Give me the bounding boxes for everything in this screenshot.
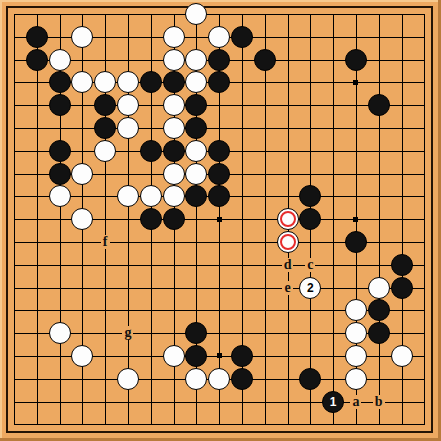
white-stone[interactable] xyxy=(163,163,185,185)
board-point[interactable] xyxy=(185,390,208,413)
white-stone[interactable] xyxy=(185,71,207,93)
board-point[interactable] xyxy=(253,345,276,368)
white-stone[interactable] xyxy=(117,185,139,207)
board-point[interactable] xyxy=(3,231,26,254)
board-point[interactable] xyxy=(3,390,26,413)
board-point[interactable] xyxy=(367,367,390,390)
board-point[interactable] xyxy=(48,345,71,368)
board-point[interactable] xyxy=(367,322,390,345)
board-point[interactable] xyxy=(94,322,117,345)
board-point[interactable] xyxy=(367,117,390,140)
board-point[interactable]: b xyxy=(367,390,390,413)
board-point[interactable] xyxy=(162,162,185,185)
board-point[interactable] xyxy=(276,139,299,162)
board-point[interactable] xyxy=(208,162,231,185)
board-point[interactable] xyxy=(71,345,94,368)
board-point[interactable] xyxy=(413,345,436,368)
board-point[interactable] xyxy=(413,413,436,436)
board-point[interactable] xyxy=(3,139,26,162)
black-stone[interactable] xyxy=(208,49,230,71)
board-point[interactable]: 2 xyxy=(299,276,322,299)
board-point[interactable] xyxy=(117,390,140,413)
board-point[interactable] xyxy=(367,139,390,162)
board-point[interactable] xyxy=(253,208,276,231)
board-point[interactable] xyxy=(299,3,322,26)
white-stone[interactable] xyxy=(185,368,207,390)
white-stone[interactable] xyxy=(117,117,139,139)
board-point[interactable] xyxy=(367,208,390,231)
board-point[interactable] xyxy=(367,3,390,26)
board-point[interactable] xyxy=(185,162,208,185)
board-point[interactable] xyxy=(48,253,71,276)
black-stone[interactable] xyxy=(345,49,367,71)
black-stone[interactable] xyxy=(185,345,207,367)
white-stone[interactable] xyxy=(345,368,367,390)
board-point[interactable] xyxy=(48,322,71,345)
board-point[interactable] xyxy=(276,71,299,94)
board-point[interactable] xyxy=(299,162,322,185)
board-point[interactable] xyxy=(322,117,345,140)
board-point[interactable] xyxy=(253,185,276,208)
black-stone[interactable] xyxy=(185,185,207,207)
board-point[interactable] xyxy=(413,231,436,254)
white-stone[interactable] xyxy=(117,368,139,390)
board-point[interactable] xyxy=(185,117,208,140)
board-point[interactable] xyxy=(345,345,368,368)
board-point[interactable] xyxy=(162,71,185,94)
board-point[interactable] xyxy=(117,3,140,26)
board-point[interactable] xyxy=(345,162,368,185)
board-point[interactable] xyxy=(231,253,254,276)
board-point[interactable] xyxy=(253,253,276,276)
board-point[interactable] xyxy=(299,367,322,390)
board-point[interactable] xyxy=(367,94,390,117)
board-point[interactable] xyxy=(48,117,71,140)
board-point[interactable] xyxy=(71,162,94,185)
board-point[interactable] xyxy=(94,94,117,117)
white-stone[interactable] xyxy=(163,94,185,116)
board-point[interactable] xyxy=(390,208,413,231)
board-point[interactable] xyxy=(117,94,140,117)
board-point[interactable] xyxy=(231,345,254,368)
board-point[interactable] xyxy=(117,367,140,390)
board-point[interactable] xyxy=(25,345,48,368)
board-point[interactable] xyxy=(3,48,26,71)
board-point[interactable] xyxy=(139,3,162,26)
board-point[interactable] xyxy=(367,276,390,299)
board-point[interactable] xyxy=(48,390,71,413)
board-point[interactable] xyxy=(185,367,208,390)
board-point[interactable] xyxy=(71,413,94,436)
board-point[interactable] xyxy=(276,322,299,345)
board-point[interactable] xyxy=(390,345,413,368)
board-point[interactable] xyxy=(231,276,254,299)
white-stone[interactable] xyxy=(71,163,93,185)
board-point[interactable] xyxy=(413,367,436,390)
board-point[interactable] xyxy=(71,367,94,390)
board-point[interactable] xyxy=(117,413,140,436)
board-point[interactable] xyxy=(139,253,162,276)
black-stone[interactable] xyxy=(299,208,321,230)
board-point[interactable] xyxy=(48,299,71,322)
board-point[interactable] xyxy=(390,276,413,299)
white-stone[interactable] xyxy=(117,94,139,116)
board-point[interactable] xyxy=(117,231,140,254)
white-stone[interactable] xyxy=(140,185,162,207)
black-stone[interactable] xyxy=(49,140,71,162)
board-point[interactable] xyxy=(71,3,94,26)
white-stone[interactable] xyxy=(49,185,71,207)
board-point[interactable] xyxy=(322,25,345,48)
black-stone[interactable] xyxy=(208,185,230,207)
board-point[interactable] xyxy=(390,299,413,322)
board-point[interactable] xyxy=(322,413,345,436)
white-stone[interactable] xyxy=(185,3,207,25)
white-stone[interactable] xyxy=(163,49,185,71)
board-point[interactable] xyxy=(185,208,208,231)
board-point[interactable]: e xyxy=(276,276,299,299)
board-point[interactable] xyxy=(231,367,254,390)
white-stone[interactable] xyxy=(94,71,116,93)
board-point[interactable] xyxy=(94,117,117,140)
board-point[interactable] xyxy=(162,253,185,276)
board-point[interactable] xyxy=(322,185,345,208)
white-stone[interactable] xyxy=(117,71,139,93)
board-point[interactable] xyxy=(367,253,390,276)
board-point[interactable] xyxy=(231,185,254,208)
board-point[interactable] xyxy=(322,367,345,390)
board-point[interactable] xyxy=(139,390,162,413)
board-point[interactable] xyxy=(71,276,94,299)
board-point[interactable] xyxy=(71,231,94,254)
board-point[interactable] xyxy=(71,25,94,48)
board-point[interactable] xyxy=(367,345,390,368)
board-point[interactable] xyxy=(367,71,390,94)
board-point[interactable] xyxy=(139,322,162,345)
board-point[interactable] xyxy=(162,322,185,345)
board-point[interactable] xyxy=(208,208,231,231)
board-point[interactable] xyxy=(231,322,254,345)
board-point[interactable] xyxy=(253,3,276,26)
board-point[interactable] xyxy=(139,231,162,254)
board-point[interactable] xyxy=(139,139,162,162)
board-point[interactable] xyxy=(25,253,48,276)
board-point[interactable] xyxy=(322,162,345,185)
board-point[interactable] xyxy=(117,276,140,299)
black-stone[interactable] xyxy=(368,299,390,321)
board-point[interactable] xyxy=(117,299,140,322)
board-point[interactable] xyxy=(208,299,231,322)
board-point[interactable] xyxy=(3,367,26,390)
board-point[interactable] xyxy=(48,25,71,48)
board-point[interactable] xyxy=(71,117,94,140)
black-stone[interactable] xyxy=(391,254,413,276)
board-point[interactable] xyxy=(162,25,185,48)
board-point[interactable] xyxy=(208,48,231,71)
white-stone[interactable] xyxy=(163,185,185,207)
black-stone[interactable] xyxy=(368,322,390,344)
board-point[interactable] xyxy=(231,117,254,140)
board-point[interactable] xyxy=(71,208,94,231)
white-stone[interactable] xyxy=(185,163,207,185)
board-point[interactable] xyxy=(185,3,208,26)
board-point[interactable] xyxy=(117,162,140,185)
board-point[interactable]: g xyxy=(117,322,140,345)
board-point[interactable] xyxy=(162,299,185,322)
black-stone[interactable] xyxy=(208,71,230,93)
board-point[interactable]: 1 xyxy=(322,390,345,413)
board-point[interactable] xyxy=(413,185,436,208)
board-point[interactable] xyxy=(208,276,231,299)
black-stone[interactable] xyxy=(94,94,116,116)
board-point[interactable] xyxy=(231,94,254,117)
board-point[interactable] xyxy=(345,3,368,26)
board-point[interactable] xyxy=(253,25,276,48)
board-point[interactable] xyxy=(94,413,117,436)
board-point[interactable] xyxy=(117,48,140,71)
board-point[interactable] xyxy=(117,25,140,48)
black-stone[interactable] xyxy=(140,71,162,93)
board-point[interactable] xyxy=(25,139,48,162)
board-point[interactable] xyxy=(231,162,254,185)
board-point[interactable] xyxy=(299,208,322,231)
board-point[interactable] xyxy=(299,117,322,140)
board-point[interactable] xyxy=(117,185,140,208)
board-point[interactable] xyxy=(185,231,208,254)
board-point[interactable] xyxy=(162,208,185,231)
board-point[interactable] xyxy=(413,276,436,299)
white-stone-circle-marked[interactable] xyxy=(277,208,299,230)
board-point[interactable] xyxy=(390,117,413,140)
board-point[interactable] xyxy=(253,299,276,322)
board-point[interactable] xyxy=(208,139,231,162)
board-point[interactable] xyxy=(413,117,436,140)
board-point[interactable] xyxy=(390,71,413,94)
board-point[interactable] xyxy=(25,94,48,117)
board-point[interactable] xyxy=(413,71,436,94)
board-point[interactable] xyxy=(345,322,368,345)
board-point[interactable] xyxy=(253,48,276,71)
board-point[interactable] xyxy=(3,345,26,368)
board-point[interactable] xyxy=(94,25,117,48)
board-point[interactable] xyxy=(299,94,322,117)
board-point[interactable] xyxy=(3,117,26,140)
board-point[interactable] xyxy=(345,139,368,162)
board-point[interactable] xyxy=(276,413,299,436)
white-stone[interactable] xyxy=(208,368,230,390)
board-point[interactable] xyxy=(276,345,299,368)
black-stone[interactable] xyxy=(94,117,116,139)
board-point[interactable] xyxy=(3,299,26,322)
board-point[interactable] xyxy=(25,185,48,208)
black-stone[interactable] xyxy=(185,94,207,116)
black-stone[interactable] xyxy=(140,208,162,230)
white-stone[interactable] xyxy=(368,277,390,299)
white-stone[interactable] xyxy=(71,208,93,230)
board-point[interactable] xyxy=(94,276,117,299)
board-point[interactable] xyxy=(117,139,140,162)
board-point[interactable] xyxy=(253,139,276,162)
board-point[interactable]: c xyxy=(299,253,322,276)
board-point[interactable] xyxy=(413,299,436,322)
board-point[interactable] xyxy=(48,71,71,94)
board-point[interactable] xyxy=(48,94,71,117)
board-point[interactable] xyxy=(25,231,48,254)
board-point[interactable] xyxy=(322,71,345,94)
board-point[interactable] xyxy=(299,322,322,345)
board-point[interactable] xyxy=(299,71,322,94)
black-stone[interactable] xyxy=(368,94,390,116)
board-point[interactable] xyxy=(3,162,26,185)
board-point[interactable] xyxy=(94,162,117,185)
board-point[interactable] xyxy=(139,117,162,140)
black-stone[interactable] xyxy=(163,71,185,93)
board-point[interactable] xyxy=(276,231,299,254)
board-point[interactable] xyxy=(390,253,413,276)
board-point[interactable] xyxy=(276,162,299,185)
board-point[interactable] xyxy=(390,413,413,436)
board-point[interactable] xyxy=(48,367,71,390)
board-point[interactable] xyxy=(139,94,162,117)
board-point[interactable] xyxy=(162,367,185,390)
board-point[interactable] xyxy=(3,3,26,26)
board-point[interactable] xyxy=(208,117,231,140)
board-point[interactable] xyxy=(71,71,94,94)
board-point[interactable] xyxy=(139,345,162,368)
board-point[interactable] xyxy=(231,299,254,322)
board-point[interactable] xyxy=(253,231,276,254)
board-point[interactable] xyxy=(253,94,276,117)
white-stone[interactable] xyxy=(185,49,207,71)
board-point[interactable] xyxy=(253,276,276,299)
board-point[interactable] xyxy=(139,48,162,71)
board-point[interactable] xyxy=(162,185,185,208)
board-point[interactable] xyxy=(117,117,140,140)
board-point[interactable] xyxy=(413,322,436,345)
board-point[interactable] xyxy=(94,185,117,208)
board-point[interactable] xyxy=(185,185,208,208)
board-point[interactable] xyxy=(367,48,390,71)
board-point[interactable] xyxy=(25,162,48,185)
board-point[interactable] xyxy=(71,94,94,117)
board-point[interactable] xyxy=(208,185,231,208)
board-point[interactable] xyxy=(25,3,48,26)
black-stone[interactable] xyxy=(185,322,207,344)
black-stone[interactable] xyxy=(208,140,230,162)
board-point[interactable] xyxy=(367,162,390,185)
board-point[interactable] xyxy=(71,48,94,71)
board-point[interactable] xyxy=(390,322,413,345)
board-point[interactable] xyxy=(139,185,162,208)
board-point[interactable] xyxy=(322,345,345,368)
board-point[interactable] xyxy=(139,71,162,94)
white-stone[interactable] xyxy=(345,299,367,321)
board-point[interactable] xyxy=(3,208,26,231)
board-point[interactable] xyxy=(253,71,276,94)
board-point[interactable] xyxy=(3,94,26,117)
board-point[interactable] xyxy=(231,25,254,48)
board-point[interactable] xyxy=(3,185,26,208)
board-point[interactable] xyxy=(208,3,231,26)
board-point[interactable] xyxy=(345,231,368,254)
board-point[interactable] xyxy=(25,208,48,231)
board-point[interactable] xyxy=(390,48,413,71)
board-point[interactable] xyxy=(390,94,413,117)
board-point[interactable] xyxy=(208,413,231,436)
board-point[interactable] xyxy=(94,208,117,231)
board-point[interactable] xyxy=(162,390,185,413)
board-point[interactable] xyxy=(185,48,208,71)
white-stone[interactable] xyxy=(163,26,185,48)
board-point[interactable] xyxy=(390,139,413,162)
board-point[interactable] xyxy=(276,299,299,322)
board-point[interactable] xyxy=(139,25,162,48)
board-point[interactable] xyxy=(94,345,117,368)
board-point[interactable] xyxy=(299,345,322,368)
board-point[interactable] xyxy=(162,3,185,26)
black-stone[interactable] xyxy=(185,117,207,139)
black-stone[interactable] xyxy=(231,26,253,48)
board-point[interactable] xyxy=(117,345,140,368)
white-stone-move-2[interactable]: 2 xyxy=(299,277,321,299)
board-point[interactable] xyxy=(208,231,231,254)
board-point[interactable] xyxy=(413,208,436,231)
board-point[interactable] xyxy=(322,231,345,254)
board-point[interactable] xyxy=(345,276,368,299)
board-point[interactable] xyxy=(71,390,94,413)
board-point[interactable] xyxy=(185,139,208,162)
board-point[interactable] xyxy=(413,94,436,117)
board-point[interactable] xyxy=(162,413,185,436)
board-point[interactable] xyxy=(162,139,185,162)
black-stone[interactable] xyxy=(163,208,185,230)
go-board[interactable]: fdce2g1ab xyxy=(0,0,441,441)
board-point[interactable] xyxy=(299,185,322,208)
black-stone[interactable] xyxy=(26,26,48,48)
board-point[interactable] xyxy=(117,71,140,94)
board-point[interactable] xyxy=(25,117,48,140)
board-point[interactable] xyxy=(345,185,368,208)
board-point[interactable] xyxy=(25,367,48,390)
board-point[interactable] xyxy=(139,367,162,390)
white-stone[interactable] xyxy=(49,49,71,71)
black-stone[interactable] xyxy=(140,140,162,162)
board-point[interactable] xyxy=(185,276,208,299)
board-point[interactable] xyxy=(208,345,231,368)
board-point[interactable] xyxy=(94,299,117,322)
board-point[interactable] xyxy=(25,71,48,94)
board-point[interactable] xyxy=(94,139,117,162)
board-point[interactable] xyxy=(25,48,48,71)
board-point[interactable] xyxy=(3,71,26,94)
board-point[interactable] xyxy=(71,185,94,208)
board-point[interactable] xyxy=(48,231,71,254)
board-point[interactable] xyxy=(3,413,26,436)
board-point[interactable] xyxy=(276,208,299,231)
board-point[interactable] xyxy=(208,367,231,390)
board-point[interactable] xyxy=(231,48,254,71)
board-point[interactable] xyxy=(413,162,436,185)
white-stone[interactable] xyxy=(71,71,93,93)
board-point[interactable] xyxy=(413,3,436,26)
board-point[interactable] xyxy=(25,276,48,299)
black-stone[interactable] xyxy=(231,368,253,390)
board-point[interactable] xyxy=(139,208,162,231)
board-point[interactable]: d xyxy=(276,253,299,276)
white-stone[interactable] xyxy=(163,117,185,139)
board-point[interactable] xyxy=(94,71,117,94)
board-point[interactable] xyxy=(162,231,185,254)
